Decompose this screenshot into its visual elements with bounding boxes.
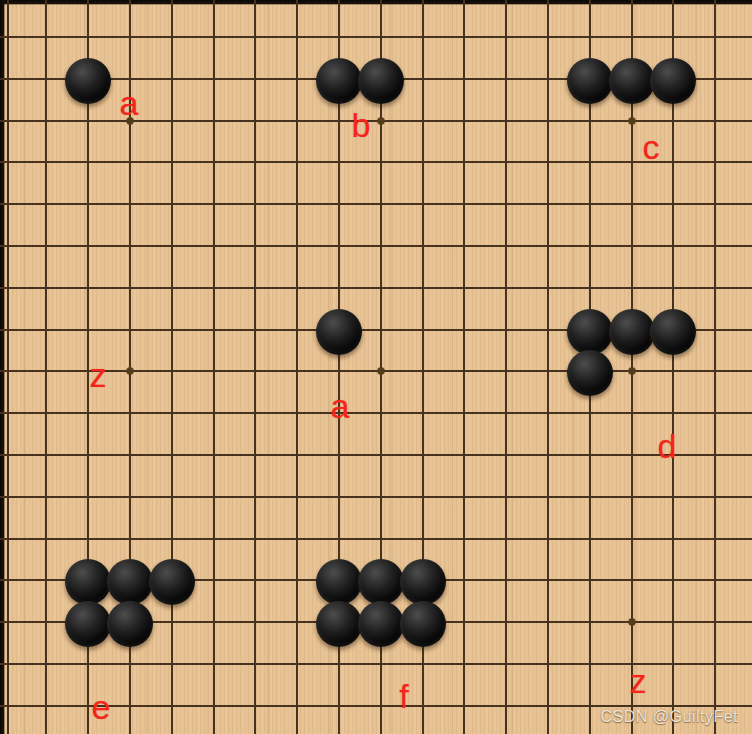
point-label-a: a [331, 389, 350, 423]
grid-line-horizontal [0, 538, 752, 540]
grid-line-vertical [714, 0, 716, 734]
black-stone [609, 58, 655, 104]
star-point [377, 117, 385, 125]
grid-line-vertical [213, 0, 215, 734]
grid-line-vertical [171, 0, 173, 734]
go-board: abczadefzCSDN @GuiltyFet [0, 0, 752, 734]
point-label-z: z [630, 664, 647, 698]
point-label-c: c [643, 130, 660, 164]
grid-line-vertical [296, 0, 298, 734]
black-stone [316, 601, 362, 647]
black-stone [65, 559, 111, 605]
point-label-a: a [120, 86, 139, 120]
grid-line-horizontal [0, 245, 752, 247]
black-stone [567, 350, 613, 396]
black-stone [316, 309, 362, 355]
grid-line-vertical [254, 0, 256, 734]
grid-line-horizontal [0, 454, 752, 456]
point-label-e: e [92, 690, 111, 724]
board-top-edge [0, 0, 752, 5]
black-stone [358, 58, 404, 104]
star-point [628, 367, 636, 375]
black-stone [316, 559, 362, 605]
grid-line-horizontal [0, 496, 752, 498]
black-stone [358, 559, 404, 605]
black-stone [650, 58, 696, 104]
grid-line-vertical [463, 0, 465, 734]
grid-line-vertical [505, 0, 507, 734]
black-stone [609, 309, 655, 355]
black-stone [567, 58, 613, 104]
grid-line-vertical [672, 0, 674, 734]
black-stone [65, 58, 111, 104]
grid-line-vertical [7, 0, 9, 734]
point-label-b: b [352, 108, 371, 142]
black-stone [107, 601, 153, 647]
board-left-edge [0, 0, 5, 734]
black-stone [400, 559, 446, 605]
grid-line-vertical [547, 0, 549, 734]
grid-line-horizontal [0, 36, 752, 38]
watermark: CSDN @GuiltyFet [600, 708, 738, 726]
black-stone [650, 309, 696, 355]
black-stone [107, 559, 153, 605]
black-stone [400, 601, 446, 647]
point-label-z: z [90, 358, 107, 392]
grid-line-horizontal [0, 161, 752, 163]
black-stone [567, 309, 613, 355]
grid-line-horizontal [0, 705, 752, 707]
star-point [126, 367, 134, 375]
grid-line-horizontal [0, 412, 752, 414]
star-point [628, 117, 636, 125]
grid-line-vertical [45, 0, 47, 734]
grid-line-horizontal [0, 287, 752, 289]
point-label-f: f [399, 679, 408, 713]
star-point [628, 618, 636, 626]
black-stone [65, 601, 111, 647]
black-stone [149, 559, 195, 605]
point-label-d: d [658, 429, 677, 463]
grid-line-horizontal [0, 203, 752, 205]
star-point [377, 367, 385, 375]
black-stone [358, 601, 404, 647]
black-stone [316, 58, 362, 104]
